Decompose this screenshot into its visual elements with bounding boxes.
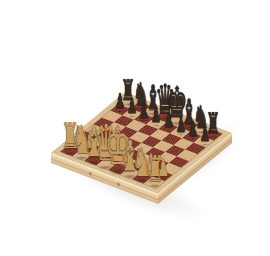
piece-white-rook-h1: ♜ bbox=[146, 151, 164, 186]
piece-black-pawn-b7: ♟ bbox=[127, 96, 137, 117]
piece-black-pawn-g7: ♟ bbox=[188, 119, 198, 140]
pieces-layer: ♜♞♝♛♚♝♞♜♟♟♟♟♟♟♟♟♟♟♟♟♟♟♟♟♜♞♝♛♚♝♞♜ bbox=[0, 0, 270, 256]
piece-black-pawn-c7: ♟ bbox=[139, 101, 149, 122]
chess-set-photo: ♜♞♝♛♚♝♞♜♟♟♟♟♟♟♟♟♟♟♟♟♟♟♟♟♜♞♝♛♚♝♞♜ bbox=[0, 0, 270, 256]
piece-black-pawn-d7: ♟ bbox=[151, 105, 161, 126]
piece-black-pawn-h7: ♟ bbox=[200, 124, 210, 145]
piece-black-pawn-a7: ♟ bbox=[115, 92, 125, 113]
piece-black-pawn-f7: ♟ bbox=[176, 115, 186, 136]
piece-black-pawn-e7: ♟ bbox=[163, 110, 173, 131]
